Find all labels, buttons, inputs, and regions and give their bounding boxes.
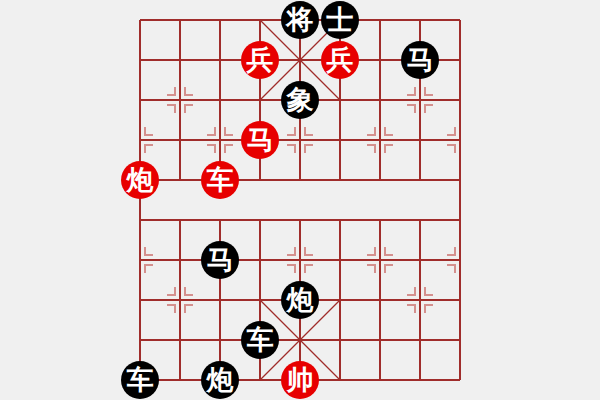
- piece-black-chariot[interactable]: 车: [121, 361, 159, 399]
- piece-layer: 将士兵兵马象马炮车马炮车车炮帅: [120, 0, 480, 400]
- piece-black-horse[interactable]: 马: [401, 41, 439, 79]
- piece-black-chariot[interactable]: 车: [241, 321, 279, 359]
- piece-red-general[interactable]: 帅: [281, 361, 319, 399]
- piece-black-cannon[interactable]: 炮: [201, 361, 239, 399]
- piece-red-soldier[interactable]: 兵: [321, 41, 359, 79]
- piece-black-advisor[interactable]: 士: [321, 1, 359, 39]
- piece-red-soldier[interactable]: 兵: [241, 41, 279, 79]
- piece-red-cannon[interactable]: 炮: [121, 161, 159, 199]
- xiangqi-board: 将士兵兵马象马炮车马炮车车炮帅: [0, 0, 600, 400]
- piece-red-horse[interactable]: 马: [241, 121, 279, 159]
- piece-red-chariot[interactable]: 车: [201, 161, 239, 199]
- piece-black-cannon[interactable]: 炮: [281, 281, 319, 319]
- piece-black-general[interactable]: 将: [281, 1, 319, 39]
- piece-black-horse[interactable]: 马: [201, 241, 239, 279]
- piece-black-elephant[interactable]: 象: [281, 81, 319, 119]
